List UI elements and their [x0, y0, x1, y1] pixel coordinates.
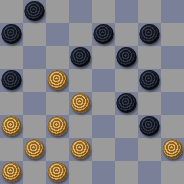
square-4-4: [92, 92, 115, 115]
square-5-3: [69, 115, 92, 138]
square-4-1[interactable]: [23, 92, 46, 115]
square-1-7: [161, 23, 184, 46]
gold-piece[interactable]: [47, 116, 67, 136]
square-4-2: [46, 92, 69, 115]
square-6-6: [138, 138, 161, 161]
square-5-6[interactable]: [138, 115, 161, 138]
square-7-4[interactable]: [92, 161, 115, 184]
square-3-1: [23, 69, 46, 92]
square-3-7: [161, 69, 184, 92]
square-6-4: [92, 138, 115, 161]
square-3-2[interactable]: [46, 69, 69, 92]
black-piece[interactable]: [70, 47, 90, 67]
square-5-1: [23, 115, 46, 138]
black-piece[interactable]: [93, 24, 113, 44]
square-5-2[interactable]: [46, 115, 69, 138]
square-4-0: [0, 92, 23, 115]
gold-piece[interactable]: [24, 139, 44, 159]
square-3-4[interactable]: [92, 69, 115, 92]
square-6-7[interactable]: [161, 138, 184, 161]
black-piece[interactable]: [116, 93, 136, 113]
square-1-2[interactable]: [46, 23, 69, 46]
square-2-1[interactable]: [23, 46, 46, 69]
square-6-2: [46, 138, 69, 161]
gold-piece[interactable]: [70, 139, 90, 159]
square-1-1: [23, 23, 46, 46]
gold-piece[interactable]: [1, 162, 21, 182]
square-5-4[interactable]: [92, 115, 115, 138]
square-7-2[interactable]: [46, 161, 69, 184]
square-7-3: [69, 161, 92, 184]
square-3-0[interactable]: [0, 69, 23, 92]
black-piece[interactable]: [139, 116, 159, 136]
square-5-7: [161, 115, 184, 138]
black-piece[interactable]: [116, 47, 136, 67]
square-3-3: [69, 69, 92, 92]
square-0-6: [138, 0, 161, 23]
square-5-0[interactable]: [0, 115, 23, 138]
square-2-2: [46, 46, 69, 69]
square-2-5[interactable]: [115, 46, 138, 69]
square-1-0[interactable]: [0, 23, 23, 46]
square-7-6[interactable]: [138, 161, 161, 184]
square-1-4[interactable]: [92, 23, 115, 46]
square-6-5[interactable]: [115, 138, 138, 161]
gold-piece[interactable]: [47, 162, 67, 182]
gold-piece[interactable]: [47, 70, 67, 90]
square-0-5[interactable]: [115, 0, 138, 23]
square-0-1[interactable]: [23, 0, 46, 23]
square-0-4: [92, 0, 115, 23]
gold-piece[interactable]: [1, 116, 21, 136]
square-1-5: [115, 23, 138, 46]
square-7-1: [23, 161, 46, 184]
square-0-3[interactable]: [69, 0, 92, 23]
square-7-0[interactable]: [0, 161, 23, 184]
square-6-0: [0, 138, 23, 161]
black-piece[interactable]: [1, 24, 21, 44]
square-7-7: [161, 161, 184, 184]
black-piece[interactable]: [139, 70, 159, 90]
gold-piece[interactable]: [162, 139, 182, 159]
square-4-5[interactable]: [115, 92, 138, 115]
square-0-0: [0, 0, 23, 23]
square-2-4: [92, 46, 115, 69]
square-3-5: [115, 69, 138, 92]
gold-piece[interactable]: [70, 93, 90, 113]
black-piece[interactable]: [24, 1, 44, 21]
square-2-6: [138, 46, 161, 69]
square-6-3[interactable]: [69, 138, 92, 161]
square-1-6[interactable]: [138, 23, 161, 46]
square-1-3: [69, 23, 92, 46]
square-0-2: [46, 0, 69, 23]
square-7-5: [115, 161, 138, 184]
square-2-3[interactable]: [69, 46, 92, 69]
square-2-0: [0, 46, 23, 69]
black-piece[interactable]: [139, 24, 159, 44]
square-5-5: [115, 115, 138, 138]
square-6-1[interactable]: [23, 138, 46, 161]
checkers-board: [0, 0, 184, 184]
square-2-7[interactable]: [161, 46, 184, 69]
square-0-7[interactable]: [161, 0, 184, 23]
square-4-3[interactable]: [69, 92, 92, 115]
square-4-6: [138, 92, 161, 115]
square-3-6[interactable]: [138, 69, 161, 92]
square-4-7[interactable]: [161, 92, 184, 115]
black-piece[interactable]: [1, 70, 21, 90]
